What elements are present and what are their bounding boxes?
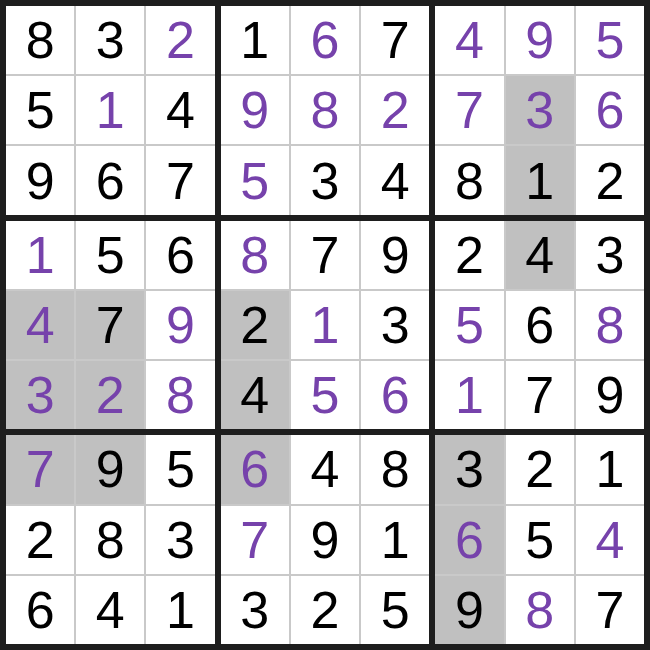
cell-r4c8[interactable]: 4	[506, 221, 574, 289]
cell-r8c7[interactable]: 6	[435, 506, 503, 574]
cell-r3c3[interactable]: 7	[146, 146, 214, 214]
cell-r6c8[interactable]: 7	[506, 361, 574, 429]
cell-r8c2[interactable]: 8	[76, 506, 144, 574]
sudoku-board: 8325149671679825344957368121564793288792…	[0, 0, 650, 650]
cell-r7c5[interactable]: 4	[291, 435, 359, 503]
cell-r8c9[interactable]: 4	[576, 506, 644, 574]
cell-r6c9[interactable]: 9	[576, 361, 644, 429]
cell-r6c7[interactable]: 1	[435, 361, 503, 429]
cell-r5c6[interactable]: 3	[361, 291, 429, 359]
cell-r6c4[interactable]: 4	[221, 361, 289, 429]
cell-r9c3[interactable]: 1	[146, 576, 214, 644]
box-6: 243568179	[435, 221, 644, 430]
cell-r3c6[interactable]: 4	[361, 146, 429, 214]
cell-r9c2[interactable]: 4	[76, 576, 144, 644]
cell-r8c4[interactable]: 7	[221, 506, 289, 574]
cell-r2c2[interactable]: 1	[76, 76, 144, 144]
cell-r6c6[interactable]: 6	[361, 361, 429, 429]
cell-r5c4[interactable]: 2	[221, 291, 289, 359]
cell-r3c7[interactable]: 8	[435, 146, 503, 214]
box-7: 795283641	[6, 435, 215, 644]
cell-r3c4[interactable]: 5	[221, 146, 289, 214]
cell-r5c2[interactable]: 7	[76, 291, 144, 359]
cell-r1c7[interactable]: 4	[435, 6, 503, 74]
cell-r4c3[interactable]: 6	[146, 221, 214, 289]
cell-r4c2[interactable]: 5	[76, 221, 144, 289]
cell-r5c7[interactable]: 5	[435, 291, 503, 359]
cell-r5c3[interactable]: 9	[146, 291, 214, 359]
cell-r2c6[interactable]: 2	[361, 76, 429, 144]
box-1: 832514967	[6, 6, 215, 215]
cell-r8c5[interactable]: 9	[291, 506, 359, 574]
cell-r8c6[interactable]: 1	[361, 506, 429, 574]
cell-r7c9[interactable]: 1	[576, 435, 644, 503]
cell-r1c4[interactable]: 1	[221, 6, 289, 74]
cell-r5c8[interactable]: 6	[506, 291, 574, 359]
box-2: 167982534	[221, 6, 430, 215]
cell-r4c4[interactable]: 8	[221, 221, 289, 289]
cell-r3c5[interactable]: 3	[291, 146, 359, 214]
cell-r9c5[interactable]: 2	[291, 576, 359, 644]
cell-r5c9[interactable]: 8	[576, 291, 644, 359]
cell-r3c8[interactable]: 1	[506, 146, 574, 214]
cell-r9c8[interactable]: 8	[506, 576, 574, 644]
cell-r6c1[interactable]: 3	[6, 361, 74, 429]
cell-r2c4[interactable]: 9	[221, 76, 289, 144]
cell-r5c1[interactable]: 4	[6, 291, 74, 359]
cell-r5c5[interactable]: 1	[291, 291, 359, 359]
cell-r8c1[interactable]: 2	[6, 506, 74, 574]
cell-r6c5[interactable]: 5	[291, 361, 359, 429]
cell-r9c6[interactable]: 5	[361, 576, 429, 644]
box-4: 156479328	[6, 221, 215, 430]
cell-r1c8[interactable]: 9	[506, 6, 574, 74]
cell-r2c9[interactable]: 6	[576, 76, 644, 144]
cell-r4c9[interactable]: 3	[576, 221, 644, 289]
cell-r7c7[interactable]: 3	[435, 435, 503, 503]
cell-r4c7[interactable]: 2	[435, 221, 503, 289]
cell-r8c3[interactable]: 3	[146, 506, 214, 574]
cell-r2c8[interactable]: 3	[506, 76, 574, 144]
cell-r2c7[interactable]: 7	[435, 76, 503, 144]
cell-r7c4[interactable]: 6	[221, 435, 289, 503]
box-8: 648791325	[221, 435, 430, 644]
cell-r7c2[interactable]: 9	[76, 435, 144, 503]
cell-r7c1[interactable]: 7	[6, 435, 74, 503]
cell-r9c9[interactable]: 7	[576, 576, 644, 644]
cell-r1c2[interactable]: 3	[76, 6, 144, 74]
box-5: 879213456	[221, 221, 430, 430]
box-3: 495736812	[435, 6, 644, 215]
cell-r4c1[interactable]: 1	[6, 221, 74, 289]
cell-r3c9[interactable]: 2	[576, 146, 644, 214]
cell-r4c5[interactable]: 7	[291, 221, 359, 289]
cell-r3c2[interactable]: 6	[76, 146, 144, 214]
box-9: 321654987	[435, 435, 644, 644]
cell-r1c1[interactable]: 8	[6, 6, 74, 74]
cell-r2c1[interactable]: 5	[6, 76, 74, 144]
cell-r8c8[interactable]: 5	[506, 506, 574, 574]
cell-r2c3[interactable]: 4	[146, 76, 214, 144]
cell-r4c6[interactable]: 9	[361, 221, 429, 289]
cell-r6c2[interactable]: 2	[76, 361, 144, 429]
cell-r9c1[interactable]: 6	[6, 576, 74, 644]
cell-r1c6[interactable]: 7	[361, 6, 429, 74]
cell-r7c6[interactable]: 8	[361, 435, 429, 503]
cell-r1c9[interactable]: 5	[576, 6, 644, 74]
cell-r9c4[interactable]: 3	[221, 576, 289, 644]
cell-r1c5[interactable]: 6	[291, 6, 359, 74]
cell-r7c8[interactable]: 2	[506, 435, 574, 503]
cell-r9c7[interactable]: 9	[435, 576, 503, 644]
cell-r1c3[interactable]: 2	[146, 6, 214, 74]
cell-r2c5[interactable]: 8	[291, 76, 359, 144]
cell-r6c3[interactable]: 8	[146, 361, 214, 429]
cell-r3c1[interactable]: 9	[6, 146, 74, 214]
cell-r7c3[interactable]: 5	[146, 435, 214, 503]
